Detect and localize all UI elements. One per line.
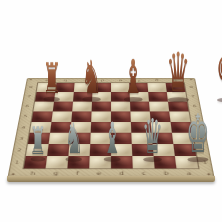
square (111, 156, 133, 168)
square (92, 92, 111, 101)
coordinate-label: a (186, 171, 191, 176)
square (111, 92, 130, 101)
square (152, 133, 174, 144)
coordinate-label: 6 (193, 105, 197, 108)
square (67, 156, 89, 168)
board-front-edge (7, 176, 215, 182)
coordinate-label: g (155, 79, 158, 82)
square (175, 156, 198, 168)
square (111, 133, 132, 144)
coordinate-label: c (142, 171, 146, 176)
square (130, 92, 149, 101)
coordinate-label: e (97, 171, 102, 176)
square (131, 122, 152, 133)
chessboard: hgfedcba abcdefgh 87654321 87654321 ✦ ✦ … (7, 78, 214, 177)
coordinate-label: g (53, 171, 58, 176)
coordinate-label: 4 (196, 126, 200, 129)
square (154, 156, 177, 168)
board-scene: hgfedcba abcdefgh 87654321 87654321 ✦ ✦ … (0, 0, 222, 222)
square (153, 144, 175, 156)
square (173, 144, 196, 156)
coordinate-label: 3 (19, 137, 23, 141)
square (73, 92, 92, 101)
corner-ornament: ✦ (28, 79, 33, 82)
square (92, 102, 111, 112)
square (132, 144, 154, 156)
square (54, 92, 74, 101)
square (111, 102, 130, 112)
square (130, 111, 150, 121)
coordinate-label: 5 (195, 115, 199, 118)
square (71, 111, 91, 121)
square (46, 156, 69, 168)
coordinate-label: 2 (17, 149, 21, 153)
coordinate-label: 5 (23, 115, 27, 118)
square (151, 122, 172, 133)
square (171, 122, 193, 133)
coordinate-label: 2 (201, 149, 205, 153)
coordinate-label: 3 (198, 137, 202, 141)
square (68, 144, 90, 156)
square (37, 83, 57, 92)
coordinate-label: 8 (29, 86, 33, 89)
square (169, 111, 190, 121)
coordinate-label: 7 (27, 95, 31, 98)
board-grid (22, 82, 199, 169)
coordinate-label: f (76, 171, 79, 176)
square (50, 122, 71, 133)
square (35, 92, 55, 101)
square (91, 111, 111, 121)
square (150, 111, 171, 121)
corner-ornament: ✦ (189, 79, 194, 82)
coordinate-label: d (119, 171, 124, 176)
coordinate-label: h (173, 79, 177, 82)
square (90, 144, 111, 156)
square (33, 102, 54, 112)
coordinate-label: 8 (189, 86, 193, 89)
square (28, 133, 50, 144)
square (24, 156, 47, 168)
square (167, 92, 187, 101)
square (91, 122, 111, 133)
square (70, 122, 91, 133)
coordinate-label: c (82, 79, 85, 82)
square (92, 83, 111, 92)
square (32, 111, 53, 121)
square (30, 122, 52, 133)
square (69, 133, 90, 144)
square (130, 102, 150, 112)
square (111, 144, 132, 156)
coordinate-label: 4 (21, 126, 25, 129)
square (147, 83, 166, 92)
square (132, 156, 154, 168)
square (89, 156, 111, 168)
square (166, 83, 186, 92)
coordinate-label: 1 (203, 161, 208, 165)
square (129, 83, 148, 92)
square (55, 83, 74, 92)
file-labels-far: abcdefgh (37, 79, 184, 82)
chess-set-photo: hgfedcba abcdefgh 87654321 87654321 ✦ ✦ … (0, 0, 222, 222)
square (111, 83, 130, 92)
coordinate-label: b (64, 79, 67, 82)
coordinate-label: 6 (25, 105, 29, 108)
square (72, 102, 92, 112)
square (148, 92, 168, 101)
coordinate-label: f (138, 79, 140, 82)
square (111, 111, 131, 121)
square (111, 122, 131, 133)
square (149, 102, 169, 112)
coordinate-label: b (164, 171, 169, 176)
square (74, 83, 93, 92)
square (47, 144, 69, 156)
square (26, 144, 49, 156)
coordinate-label: 7 (191, 95, 195, 98)
square (168, 102, 189, 112)
square (131, 133, 152, 144)
coordinate-label: e (119, 79, 122, 82)
coordinate-label: 1 (15, 161, 20, 165)
square (49, 133, 71, 144)
square (172, 133, 194, 144)
coordinate-label: h (30, 171, 35, 176)
coordinate-label: a (45, 79, 49, 82)
copper-king: ♚ (216, 40, 222, 100)
square (51, 111, 72, 121)
square (53, 102, 73, 112)
square (90, 133, 111, 144)
coordinate-label: d (101, 79, 104, 82)
